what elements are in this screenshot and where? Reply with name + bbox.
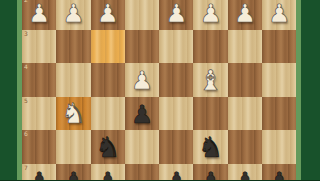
square-e6[interactable] (125, 130, 159, 164)
square-h7[interactable]: 7♟ (22, 164, 56, 181)
square-d2[interactable]: ♟ (159, 0, 193, 30)
square-b7[interactable]: ♟ (228, 164, 262, 181)
black-pawn[interactable]: ♟ (97, 169, 119, 180)
square-f2[interactable]: ♟ (91, 0, 125, 30)
square-a6[interactable] (262, 130, 296, 164)
white-knight[interactable]: ♞ (61, 100, 86, 128)
black-pawn[interactable]: ♟ (62, 169, 84, 180)
square-c6[interactable]: ♞ (193, 130, 227, 164)
white-pawn[interactable]: ♟ (268, 1, 290, 26)
square-f7[interactable]: ♟ (91, 164, 125, 181)
black-pawn[interactable]: ♟ (268, 169, 290, 180)
white-pawn[interactable]: ♟ (131, 68, 153, 93)
square-d7[interactable]: ♟ (159, 164, 193, 181)
square-b3[interactable] (228, 30, 262, 64)
black-pawn[interactable]: ♟ (28, 169, 50, 180)
square-a4[interactable] (262, 63, 296, 97)
rank-label: 3 (24, 31, 28, 37)
square-e5[interactable]: ♟ (125, 97, 159, 131)
square-a3[interactable] (262, 30, 296, 64)
square-f5[interactable] (91, 97, 125, 131)
square-d6[interactable] (159, 130, 193, 164)
black-knight[interactable]: ♞ (198, 134, 223, 162)
black-knight[interactable]: ♞ (95, 134, 120, 162)
square-e7[interactable] (125, 164, 159, 181)
white-pawn[interactable]: ♟ (62, 1, 84, 26)
square-a2[interactable]: ♟ (262, 0, 296, 30)
rank-label: 6 (24, 131, 28, 137)
rank-label: 4 (24, 64, 28, 70)
white-pawn[interactable]: ♟ (199, 1, 221, 26)
square-b4[interactable] (228, 63, 262, 97)
square-a5[interactable] (262, 97, 296, 131)
square-e4[interactable]: ♟ (125, 63, 159, 97)
white-pawn[interactable]: ♟ (28, 1, 50, 26)
white-pawn[interactable]: ♟ (165, 1, 187, 26)
square-f6[interactable]: ♞ (91, 130, 125, 164)
square-h4[interactable]: 4 (22, 63, 56, 97)
square-h5[interactable]: 5 (22, 97, 56, 131)
square-c5[interactable] (193, 97, 227, 131)
square-h3[interactable]: 3 (22, 30, 56, 64)
game-window: 2♟♟♟♟♟♟♟34♟♝5♞♟6♞♞7♟♟♟♟♟♟♟ (0, 0, 320, 180)
square-g2[interactable]: ♟ (56, 0, 90, 30)
square-b6[interactable] (228, 130, 262, 164)
square-h6[interactable]: 6 (22, 130, 56, 164)
square-d4[interactable] (159, 63, 193, 97)
square-f3[interactable] (91, 30, 125, 64)
board-frame-right (296, 0, 301, 180)
square-c3[interactable] (193, 30, 227, 64)
square-g4[interactable] (56, 63, 90, 97)
square-g7[interactable]: ♟ (56, 164, 90, 181)
square-e2[interactable] (125, 0, 159, 30)
square-c4[interactable]: ♝ (193, 63, 227, 97)
black-pawn[interactable]: ♟ (199, 169, 221, 180)
square-d5[interactable] (159, 97, 193, 131)
square-f4[interactable] (91, 63, 125, 97)
square-h2[interactable]: 2♟ (22, 0, 56, 30)
chessboard: 2♟♟♟♟♟♟♟34♟♝5♞♟6♞♞7♟♟♟♟♟♟♟ (22, 0, 296, 180)
square-b2[interactable]: ♟ (228, 0, 262, 30)
rank-label: 5 (24, 98, 28, 104)
square-a7[interactable]: ♟ (262, 164, 296, 181)
square-b5[interactable] (228, 97, 262, 131)
white-bishop[interactable]: ♝ (198, 67, 223, 95)
square-g3[interactable] (56, 30, 90, 64)
square-g5[interactable]: ♞ (56, 97, 90, 131)
square-c2[interactable]: ♟ (193, 0, 227, 30)
square-e3[interactable] (125, 30, 159, 64)
square-d3[interactable] (159, 30, 193, 64)
black-pawn[interactable]: ♟ (131, 102, 153, 127)
white-pawn[interactable]: ♟ (234, 1, 256, 26)
square-g6[interactable] (56, 130, 90, 164)
white-pawn[interactable]: ♟ (97, 1, 119, 26)
black-pawn[interactable]: ♟ (234, 169, 256, 180)
square-c7[interactable]: ♟ (193, 164, 227, 181)
black-pawn[interactable]: ♟ (165, 169, 187, 180)
